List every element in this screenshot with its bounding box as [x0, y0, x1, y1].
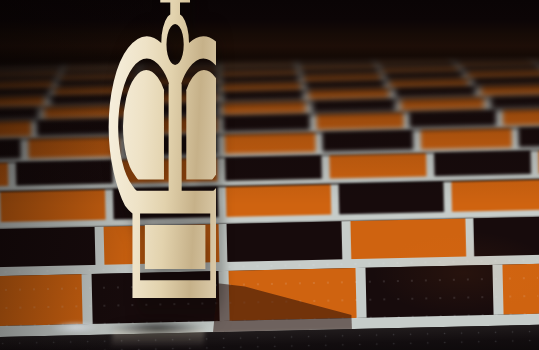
white-king-piece: ♚	[90, 0, 216, 350]
chessboard	[0, 0, 539, 350]
chess-photo-scene: ♚	[0, 0, 539, 350]
